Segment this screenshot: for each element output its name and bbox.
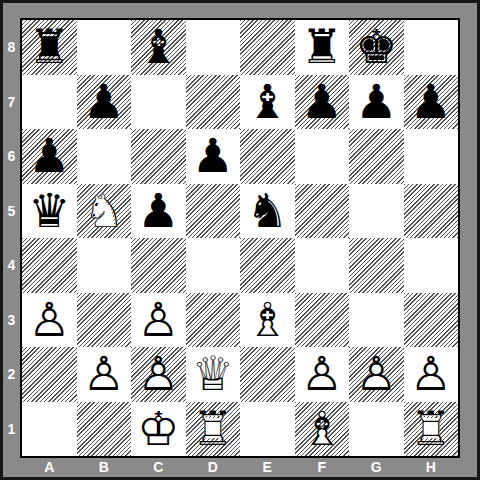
piece-white-rook: ♜♖ (186, 402, 241, 457)
rook-glyph: ♜ (295, 20, 350, 75)
square-d7[interactable] (186, 75, 241, 130)
square-c4[interactable] (131, 238, 186, 293)
piece-black-king: ♚ (349, 20, 404, 75)
bishop-glyph: ♝ (240, 75, 295, 130)
square-h3[interactable] (404, 293, 459, 348)
pawn-glyph: ♟ (349, 75, 404, 130)
chess-diagram-frame: ♜♝♜♚♟♝♟♟♟♟♟♛♞♘♟♞♟♙♟♙♝♗♟♙♟♙♛♕♟♙♟♙♟♙♚♔♜♖♝♗… (0, 0, 480, 480)
square-h8[interactable] (404, 20, 459, 75)
square-e4[interactable] (240, 238, 295, 293)
square-a8[interactable]: ♜ (22, 20, 77, 75)
square-e5[interactable]: ♞ (240, 184, 295, 239)
pawn-glyph: ♟ (186, 129, 241, 184)
square-c1[interactable]: ♚♔ (131, 402, 186, 457)
file-label-c: C (131, 458, 186, 476)
piece-black-rook: ♜ (295, 20, 350, 75)
square-b6[interactable] (77, 129, 132, 184)
pawn-fill: ♟ (131, 347, 186, 402)
square-f7[interactable]: ♟ (295, 75, 350, 130)
piece-black-bishop: ♝ (131, 20, 186, 75)
bishop-glyph: ♝ (131, 20, 186, 75)
file-label-a: A (22, 458, 77, 476)
knight-glyph: ♞ (240, 184, 295, 239)
square-d6[interactable]: ♟ (186, 129, 241, 184)
pawn-glyph: ♟ (22, 129, 77, 184)
rank-label-3: 3 (3, 293, 20, 348)
square-c6[interactable] (131, 129, 186, 184)
square-c3[interactable]: ♟♙ (131, 293, 186, 348)
square-b8[interactable] (77, 20, 132, 75)
piece-white-knight: ♞♘ (77, 184, 132, 239)
piece-white-queen: ♛♕ (186, 347, 241, 402)
square-f4[interactable] (295, 238, 350, 293)
file-label-b: B (77, 458, 132, 476)
square-e1[interactable] (240, 402, 295, 457)
rank-label-7: 7 (3, 75, 20, 130)
file-label-h: H (404, 458, 459, 476)
piece-white-bishop: ♝♗ (295, 402, 350, 457)
knight-outline: ♘ (77, 184, 132, 239)
square-d8[interactable] (186, 20, 241, 75)
square-d4[interactable] (186, 238, 241, 293)
piece-white-pawn: ♟♙ (295, 347, 350, 402)
pawn-fill: ♟ (22, 293, 77, 348)
square-g3[interactable] (349, 293, 404, 348)
king-glyph: ♚ (349, 20, 404, 75)
square-b7[interactable]: ♟ (77, 75, 132, 130)
square-h5[interactable] (404, 184, 459, 239)
rank-label-1: 1 (3, 402, 20, 457)
square-h7[interactable]: ♟ (404, 75, 459, 130)
pawn-fill: ♟ (349, 347, 404, 402)
square-b3[interactable] (77, 293, 132, 348)
piece-white-pawn: ♟♙ (131, 293, 186, 348)
square-c5[interactable]: ♟ (131, 184, 186, 239)
square-f8[interactable]: ♜ (295, 20, 350, 75)
chess-board: ♜♝♜♚♟♝♟♟♟♟♟♛♞♘♟♞♟♙♟♙♝♗♟♙♟♙♛♕♟♙♟♙♟♙♚♔♜♖♝♗… (20, 18, 460, 458)
square-g6[interactable] (349, 129, 404, 184)
piece-black-pawn: ♟ (295, 75, 350, 130)
piece-white-rook: ♜♖ (404, 402, 459, 457)
pawn-outline: ♙ (404, 347, 459, 402)
square-e3[interactable]: ♝♗ (240, 293, 295, 348)
pawn-outline: ♙ (77, 347, 132, 402)
square-b1[interactable] (77, 402, 132, 457)
rank-label-2: 2 (3, 347, 20, 402)
file-label-e: E (240, 458, 295, 476)
square-d5[interactable] (186, 184, 241, 239)
square-f3[interactable] (295, 293, 350, 348)
pawn-outline: ♙ (295, 347, 350, 402)
piece-white-pawn: ♟♙ (349, 347, 404, 402)
square-c7[interactable] (131, 75, 186, 130)
rook-glyph: ♜ (22, 20, 77, 75)
pawn-fill: ♟ (295, 347, 350, 402)
square-c2[interactable]: ♟♙ (131, 347, 186, 402)
square-a7[interactable] (22, 75, 77, 130)
square-g1[interactable] (349, 402, 404, 457)
pawn-outline: ♙ (131, 347, 186, 402)
square-a4[interactable] (22, 238, 77, 293)
square-d1[interactable]: ♜♖ (186, 402, 241, 457)
pawn-outline: ♙ (22, 293, 77, 348)
rook-fill: ♜ (404, 402, 459, 457)
square-e8[interactable] (240, 20, 295, 75)
queen-glyph: ♛ (22, 184, 77, 239)
bishop-fill: ♝ (295, 402, 350, 457)
bishop-outline: ♗ (240, 293, 295, 348)
pawn-fill: ♟ (77, 347, 132, 402)
rook-fill: ♜ (186, 402, 241, 457)
piece-white-pawn: ♟♙ (131, 347, 186, 402)
bishop-outline: ♗ (295, 402, 350, 457)
square-h4[interactable] (404, 238, 459, 293)
rook-outline: ♖ (404, 402, 459, 457)
square-f1[interactable]: ♝♗ (295, 402, 350, 457)
square-f2[interactable]: ♟♙ (295, 347, 350, 402)
piece-black-queen: ♛ (22, 184, 77, 239)
file-label-d: D (186, 458, 241, 476)
square-g2[interactable]: ♟♙ (349, 347, 404, 402)
piece-black-pawn: ♟ (349, 75, 404, 130)
square-h6[interactable] (404, 129, 459, 184)
file-label-g: G (349, 458, 404, 476)
piece-black-pawn: ♟ (22, 129, 77, 184)
file-label-f: F (295, 458, 350, 476)
king-outline: ♔ (131, 402, 186, 457)
square-d3[interactable] (186, 293, 241, 348)
piece-black-pawn: ♟ (131, 184, 186, 239)
queen-fill: ♛ (186, 347, 241, 402)
square-a5[interactable]: ♛ (22, 184, 77, 239)
square-f6[interactable] (295, 129, 350, 184)
piece-black-pawn: ♟ (77, 75, 132, 130)
square-b2[interactable]: ♟♙ (77, 347, 132, 402)
piece-white-pawn: ♟♙ (22, 293, 77, 348)
bishop-fill: ♝ (240, 293, 295, 348)
king-fill: ♚ (131, 402, 186, 457)
pawn-fill: ♟ (404, 347, 459, 402)
pawn-outline: ♙ (131, 293, 186, 348)
piece-black-knight: ♞ (240, 184, 295, 239)
square-a3[interactable]: ♟♙ (22, 293, 77, 348)
square-d2[interactable]: ♛♕ (186, 347, 241, 402)
rook-outline: ♖ (186, 402, 241, 457)
square-b4[interactable] (77, 238, 132, 293)
piece-white-king: ♚♔ (131, 402, 186, 457)
square-a1[interactable] (22, 402, 77, 457)
square-h2[interactable]: ♟♙ (404, 347, 459, 402)
square-h1[interactable]: ♜♖ (404, 402, 459, 457)
piece-white-pawn: ♟♙ (77, 347, 132, 402)
square-g4[interactable] (349, 238, 404, 293)
piece-black-pawn: ♟ (186, 129, 241, 184)
pawn-glyph: ♟ (131, 184, 186, 239)
rank-label-4: 4 (3, 238, 20, 293)
square-f5[interactable] (295, 184, 350, 239)
queen-outline: ♕ (186, 347, 241, 402)
piece-black-rook: ♜ (22, 20, 77, 75)
square-e2[interactable] (240, 347, 295, 402)
square-e6[interactable] (240, 129, 295, 184)
knight-fill: ♞ (77, 184, 132, 239)
piece-white-bishop: ♝♗ (240, 293, 295, 348)
square-c8[interactable]: ♝ (131, 20, 186, 75)
square-g8[interactable]: ♚ (349, 20, 404, 75)
rank-label-5: 5 (3, 184, 20, 239)
rank-label-6: 6 (3, 129, 20, 184)
square-a6[interactable]: ♟ (22, 129, 77, 184)
square-g5[interactable] (349, 184, 404, 239)
pawn-glyph: ♟ (404, 75, 459, 130)
rank-label-8: 8 (3, 20, 20, 75)
piece-black-bishop: ♝ (240, 75, 295, 130)
square-a2[interactable] (22, 347, 77, 402)
square-b5[interactable]: ♞♘ (77, 184, 132, 239)
pawn-glyph: ♟ (77, 75, 132, 130)
piece-black-pawn: ♟ (404, 75, 459, 130)
pawn-fill: ♟ (131, 293, 186, 348)
square-e7[interactable]: ♝ (240, 75, 295, 130)
piece-white-pawn: ♟♙ (404, 347, 459, 402)
square-g7[interactable]: ♟ (349, 75, 404, 130)
pawn-glyph: ♟ (295, 75, 350, 130)
pawn-outline: ♙ (349, 347, 404, 402)
